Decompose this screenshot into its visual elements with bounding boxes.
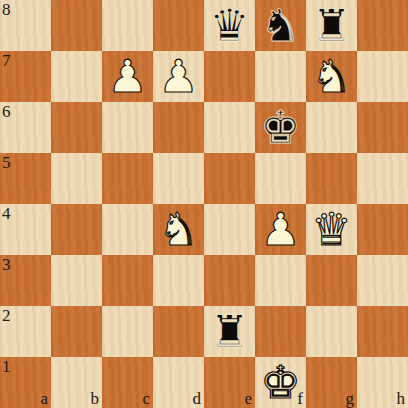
square-b2[interactable] — [51, 306, 102, 357]
rank-label-7: 7 — [2, 52, 11, 69]
square-a4[interactable]: 4 — [0, 204, 51, 255]
square-g6[interactable] — [306, 102, 357, 153]
square-e3[interactable] — [204, 255, 255, 306]
square-d4[interactable]: ♞ — [153, 204, 204, 255]
square-e1[interactable]: e — [204, 357, 255, 408]
rank-label-5: 5 — [2, 154, 11, 171]
square-h4[interactable] — [357, 204, 408, 255]
square-f4[interactable]: ♟ — [255, 204, 306, 255]
file-label-b: b — [91, 390, 100, 407]
white-queen-g4[interactable]: ♛ — [311, 204, 351, 255]
square-g7[interactable]: ♞ — [306, 51, 357, 102]
square-a8[interactable]: 8 — [0, 0, 51, 51]
square-f6[interactable]: ♚ — [255, 102, 306, 153]
square-h7[interactable] — [357, 51, 408, 102]
white-pawn-d7[interactable]: ♟ — [158, 51, 198, 102]
square-h5[interactable] — [357, 153, 408, 204]
square-b1[interactable]: b — [51, 357, 102, 408]
square-g3[interactable] — [306, 255, 357, 306]
square-d7[interactable]: ♟ — [153, 51, 204, 102]
square-g8[interactable]: ♜ — [306, 0, 357, 51]
square-b5[interactable] — [51, 153, 102, 204]
white-pawn-c7[interactable]: ♟ — [107, 51, 147, 102]
white-knight-g7[interactable]: ♞ — [311, 51, 351, 102]
rank-label-3: 3 — [2, 256, 11, 273]
white-king-f1[interactable]: ♚ — [260, 357, 300, 408]
square-d1[interactable]: d — [153, 357, 204, 408]
square-c4[interactable] — [102, 204, 153, 255]
square-d3[interactable] — [153, 255, 204, 306]
square-f8[interactable]: ♞ — [255, 0, 306, 51]
square-a2[interactable]: 2 — [0, 306, 51, 357]
square-c3[interactable] — [102, 255, 153, 306]
file-label-e: e — [244, 390, 252, 407]
square-b3[interactable] — [51, 255, 102, 306]
chess-board: 8♛♞♜7♟♟♞6♚54♞♟♛32♜1abcdef♚gh — [0, 0, 408, 408]
square-f3[interactable] — [255, 255, 306, 306]
square-a1[interactable]: 1a — [0, 357, 51, 408]
square-a3[interactable]: 3 — [0, 255, 51, 306]
square-f2[interactable] — [255, 306, 306, 357]
rank-label-2: 2 — [2, 307, 11, 324]
square-h6[interactable] — [357, 102, 408, 153]
square-e8[interactable]: ♛ — [204, 0, 255, 51]
black-king-f6[interactable]: ♚ — [260, 102, 300, 153]
square-h1[interactable]: h — [357, 357, 408, 408]
file-label-a: a — [40, 390, 48, 407]
white-pawn-f4[interactable]: ♟ — [260, 204, 300, 255]
square-g1[interactable]: g — [306, 357, 357, 408]
square-a6[interactable]: 6 — [0, 102, 51, 153]
square-f1[interactable]: f♚ — [255, 357, 306, 408]
square-b8[interactable] — [51, 0, 102, 51]
square-g2[interactable] — [306, 306, 357, 357]
square-f7[interactable] — [255, 51, 306, 102]
square-g5[interactable] — [306, 153, 357, 204]
rank-label-1: 1 — [2, 358, 11, 375]
black-rook-e2[interactable]: ♜ — [209, 306, 249, 357]
rank-label-6: 6 — [2, 103, 11, 120]
square-e2[interactable]: ♜ — [204, 306, 255, 357]
square-b4[interactable] — [51, 204, 102, 255]
file-label-c: c — [142, 390, 150, 407]
square-e7[interactable] — [204, 51, 255, 102]
square-c6[interactable] — [102, 102, 153, 153]
square-g4[interactable]: ♛ — [306, 204, 357, 255]
rank-label-8: 8 — [2, 1, 11, 18]
square-d6[interactable] — [153, 102, 204, 153]
square-f5[interactable] — [255, 153, 306, 204]
square-c8[interactable] — [102, 0, 153, 51]
square-h3[interactable] — [357, 255, 408, 306]
square-c5[interactable] — [102, 153, 153, 204]
square-e5[interactable] — [204, 153, 255, 204]
file-label-h: h — [397, 390, 406, 407]
black-queen-e8[interactable]: ♛ — [209, 0, 249, 51]
square-h2[interactable] — [357, 306, 408, 357]
file-label-g: g — [346, 390, 355, 407]
square-a5[interactable]: 5 — [0, 153, 51, 204]
square-a7[interactable]: 7 — [0, 51, 51, 102]
square-b6[interactable] — [51, 102, 102, 153]
square-e6[interactable] — [204, 102, 255, 153]
file-label-d: d — [193, 390, 202, 407]
square-e4[interactable] — [204, 204, 255, 255]
black-rook-g8[interactable]: ♜ — [311, 0, 351, 51]
square-c2[interactable] — [102, 306, 153, 357]
square-d5[interactable] — [153, 153, 204, 204]
square-d8[interactable] — [153, 0, 204, 51]
square-h8[interactable] — [357, 0, 408, 51]
rank-label-4: 4 — [2, 205, 11, 222]
square-c7[interactable]: ♟ — [102, 51, 153, 102]
white-knight-d4[interactable]: ♞ — [158, 204, 198, 255]
square-b7[interactable] — [51, 51, 102, 102]
square-c1[interactable]: c — [102, 357, 153, 408]
square-d2[interactable] — [153, 306, 204, 357]
black-knight-f8[interactable]: ♞ — [260, 0, 300, 51]
